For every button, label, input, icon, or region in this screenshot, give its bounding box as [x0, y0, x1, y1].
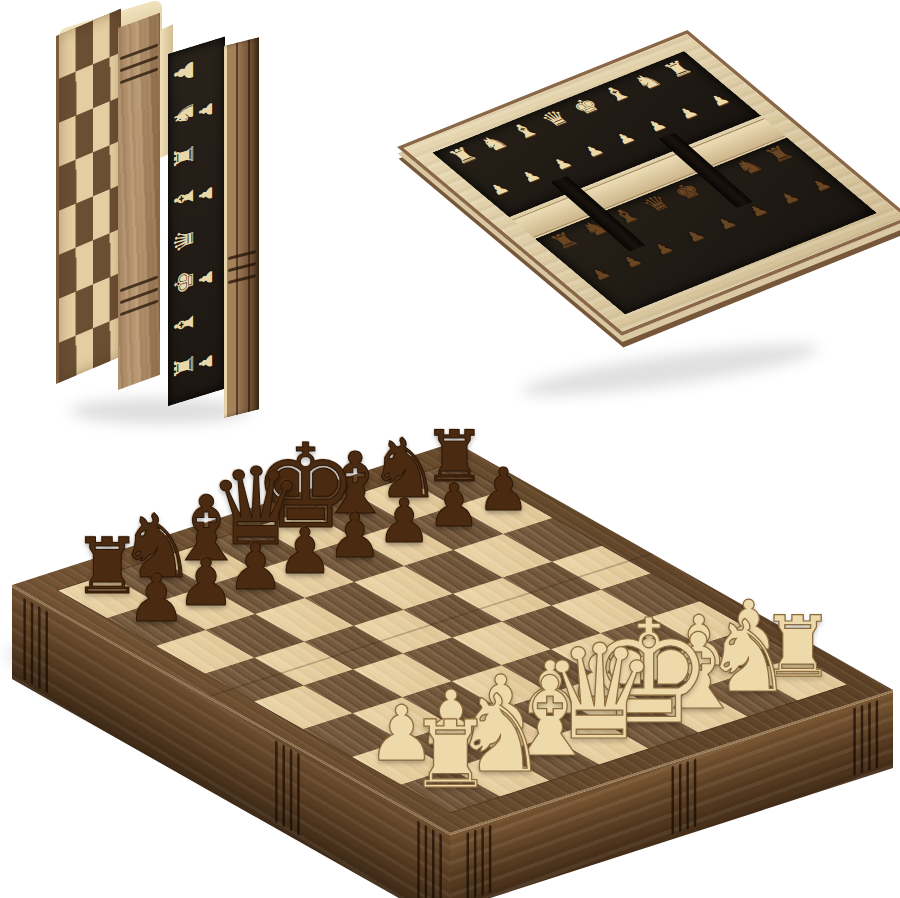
stored-white-pawn: ♟ — [674, 105, 701, 122]
stored-white-rook: ♜ — [659, 57, 697, 81]
stored-white-pawn: ♟ — [548, 156, 575, 173]
side-groove — [694, 759, 696, 828]
open-case-view: ♜♞♝♛♚♝♞♜ ♟♟♟♟♟♟♟♟ ♜♞♝♛♚♝♞♜ ♟♟♟♟♟♟♟♟ — [0, 0, 900, 420]
stored-dark-pawn: ♟ — [807, 177, 834, 194]
stored-white-pawn: ♟ — [706, 92, 733, 109]
side-groove — [282, 744, 284, 828]
stored-white-pawn: ♟ — [643, 117, 670, 134]
side-groove — [481, 827, 483, 896]
stored-dark-pawn: ♟ — [681, 228, 708, 245]
stored-dark-knight: ♞ — [729, 155, 767, 179]
stored-white-pawn: ♟ — [517, 168, 544, 185]
side-groove — [489, 825, 491, 894]
side-groove — [868, 702, 870, 771]
side-groove — [853, 707, 855, 776]
side-groove — [876, 700, 878, 769]
stored-white-bishop: ♝ — [597, 82, 635, 106]
open-case-plane: ♜♞♝♛♚♝♞♜ ♟♟♟♟♟♟♟♟ ♜♞♝♛♚♝♞♜ ♟♟♟♟♟♟♟♟ — [397, 30, 900, 336]
stored-white-rook: ♜ — [444, 144, 482, 168]
stored-dark-pawn: ♟ — [587, 266, 614, 283]
side-groove — [672, 766, 674, 835]
side-groove — [474, 829, 476, 898]
stored-dark-rook: ♜ — [760, 142, 798, 166]
stored-dark-pawn: ♟ — [618, 253, 645, 270]
stored-white-pawn: ♟ — [580, 143, 607, 160]
side-groove — [46, 610, 48, 694]
stored-dark-rook: ♜ — [545, 229, 583, 253]
stored-dark-queen: ♛ — [637, 192, 675, 216]
stored-white-knight: ♞ — [475, 131, 513, 155]
side-groove — [31, 601, 33, 685]
side-groove — [425, 824, 427, 898]
stored-white-bishop: ♝ — [505, 119, 543, 143]
open-case-shadow — [519, 334, 820, 405]
stored-dark-pawn: ♟ — [650, 241, 677, 258]
side-groove — [432, 828, 434, 898]
side-groove — [439, 833, 441, 898]
side-groove — [417, 820, 419, 898]
product-photo: ♜♞♝♛♚♝♞♜♟♟♟♟♟♟♟♟♟♟♟♟♟♟♟♟♜♞♝♛♚♝♞♜ ♟♞♟♜♝♟♛… — [0, 0, 900, 898]
side-groove — [297, 752, 299, 836]
side-groove — [23, 597, 25, 681]
side-groove — [861, 705, 863, 774]
stored-dark-king: ♚ — [668, 179, 706, 203]
stored-dark-pawn: ♟ — [713, 215, 740, 232]
stored-dark-pawn: ♟ — [776, 190, 803, 207]
side-groove — [679, 763, 681, 832]
stored-white-pawn: ♟ — [485, 181, 512, 198]
stored-dark-pawn: ♟ — [744, 202, 771, 219]
stored-white-pawn: ♟ — [611, 130, 638, 147]
side-groove — [686, 761, 688, 830]
side-groove — [290, 748, 292, 832]
side-groove — [467, 832, 469, 898]
side-groove — [38, 605, 40, 689]
stored-white-king: ♚ — [567, 94, 605, 118]
stored-white-queen: ♛ — [536, 107, 574, 131]
stored-white-knight: ♞ — [628, 70, 666, 94]
side-groove — [275, 740, 277, 824]
